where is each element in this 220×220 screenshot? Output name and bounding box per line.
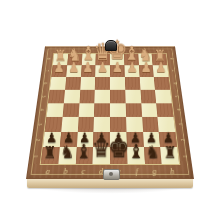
- white-bishop: ♝: [81, 44, 96, 63]
- square-h1: ♜: [160, 147, 179, 164]
- square-c4: [78, 103, 94, 117]
- square-a4: [47, 103, 64, 117]
- square-e5: [110, 90, 125, 103]
- file-label-g: g: [145, 166, 164, 178]
- rank-label-left-8: 8: [45, 58, 50, 60]
- rank-label-right-4: 4: [175, 109, 181, 111]
- square-g2: ♟: [143, 132, 161, 148]
- black-rook: ♜: [164, 145, 177, 161]
- square-f1: ♝: [127, 147, 145, 164]
- square-e1: ♚: [110, 147, 127, 164]
- black-pawn: ♟: [146, 131, 157, 145]
- brand-emblem-icon: [103, 169, 120, 180]
- rank-label-left-4: 4: [38, 109, 44, 111]
- square-d7: ♟: [95, 65, 110, 77]
- square-a2: ♟: [43, 132, 61, 148]
- square-e2: ♟: [110, 132, 127, 148]
- square-e3: [110, 117, 126, 132]
- file-label-a: a: [38, 166, 57, 178]
- square-c5: [79, 90, 95, 103]
- square-g7: ♟: [139, 65, 154, 77]
- square-a8: ♜: [53, 54, 68, 65]
- square-g8: ♞: [138, 54, 153, 65]
- square-c8: ♝: [81, 54, 96, 65]
- square-e4: [110, 103, 126, 117]
- square-f3: [126, 117, 143, 132]
- black-pawn: ♟: [46, 131, 57, 145]
- square-a7: ♟: [51, 65, 67, 77]
- square-h4: [156, 103, 173, 117]
- square-a1: ♜: [41, 147, 60, 164]
- square-d8: ♛: [96, 54, 110, 65]
- square-g6: [139, 77, 155, 90]
- square-h3: [158, 117, 176, 132]
- white-rook: ♜: [154, 48, 166, 63]
- chess-board: ♜♞♝♛♚♝♞♜♟♟♟♟♟♟♟♟♟♟♟♟♟♟♟♟♜♞♝♛♚♝♞♜ abcdefg…: [26, 46, 194, 179]
- square-e7: ♟: [110, 65, 125, 77]
- square-b8: ♞: [67, 54, 82, 65]
- black-pawn: ♟: [113, 131, 124, 145]
- playing-grid: ♜♞♝♛♚♝♞♜♟♟♟♟♟♟♟♟♟♟♟♟♟♟♟♟♜♞♝♛♚♝♞♜: [40, 53, 181, 165]
- square-d6: [95, 77, 110, 90]
- square-c1: ♝: [75, 147, 93, 164]
- rank-label-right-8: 8: [169, 58, 174, 60]
- rank-label-right-2: 2: [179, 139, 185, 142]
- square-a5: [48, 90, 65, 103]
- black-pawn: ♟: [163, 131, 174, 145]
- square-d3: [94, 117, 110, 132]
- square-g5: [140, 90, 156, 103]
- file-label-f: f: [128, 166, 146, 178]
- white-knight: ♞: [68, 46, 82, 63]
- metal-clasp-icon: [105, 40, 117, 51]
- rank-label-left-1: 1: [32, 155, 38, 158]
- square-f4: [125, 103, 141, 117]
- white-rook: ♜: [54, 48, 66, 63]
- square-c6: [80, 77, 95, 90]
- square-d4: [94, 103, 110, 117]
- rank-label-right-5: 5: [173, 95, 178, 97]
- square-b5: [64, 90, 80, 103]
- rank-label-right-7: 7: [170, 70, 175, 72]
- rank-label-left-2: 2: [34, 139, 40, 142]
- white-knight: ♞: [139, 46, 153, 63]
- black-bishop: ♝: [128, 142, 144, 162]
- square-f7: ♟: [124, 65, 139, 77]
- square-g1: ♞: [144, 147, 162, 164]
- square-c3: [77, 117, 94, 132]
- square-a6: [50, 77, 66, 90]
- file-label-h: h: [163, 166, 182, 178]
- white-bishop: ♝: [124, 44, 139, 63]
- square-c2: ♟: [76, 132, 93, 148]
- rank-label-right-6: 6: [172, 82, 177, 84]
- rank-label-left-7: 7: [44, 70, 49, 72]
- square-b2: ♟: [60, 132, 78, 148]
- black-bishop: ♝: [76, 142, 92, 162]
- square-d5: [95, 90, 110, 103]
- rank-label-left-5: 5: [40, 95, 45, 97]
- square-h5: [155, 90, 172, 103]
- square-g4: [141, 103, 158, 117]
- black-pawn: ♟: [63, 131, 74, 145]
- square-c7: ♟: [81, 65, 96, 77]
- square-f6: [125, 77, 140, 90]
- black-rook: ♜: [43, 145, 56, 161]
- square-a3: [45, 117, 63, 132]
- square-g3: [142, 117, 159, 132]
- square-f8: ♝: [124, 54, 139, 65]
- square-h2: ♟: [159, 132, 177, 148]
- product-photo-scene: ♜♞♝♛♚♝♞♜♟♟♟♟♟♟♟♟♟♟♟♟♟♟♟♟♜♞♝♛♚♝♞♜ abcdefg…: [0, 0, 220, 220]
- square-e8: ♚: [110, 54, 124, 65]
- square-b7: ♟: [66, 65, 81, 77]
- square-h6: [154, 77, 170, 90]
- file-label-c: c: [74, 166, 92, 178]
- square-f5: [125, 90, 141, 103]
- black-pawn: ♟: [96, 131, 107, 145]
- square-b3: [61, 117, 78, 132]
- perspective-wrapper: ♜♞♝♛♚♝♞♜♟♟♟♟♟♟♟♟♟♟♟♟♟♟♟♟♜♞♝♛♚♝♞♜ abcdefg…: [26, 0, 194, 179]
- square-b1: ♞: [58, 147, 76, 164]
- black-queen: ♛: [92, 137, 111, 161]
- black-pawn: ♟: [79, 131, 90, 145]
- file-label-b: b: [56, 166, 75, 178]
- square-d2: ♟: [93, 132, 110, 148]
- square-b6: [65, 77, 81, 90]
- square-d1: ♛: [93, 147, 110, 164]
- rank-label-left-3: 3: [36, 123, 42, 126]
- rank-label-right-3: 3: [177, 123, 183, 126]
- square-e6: [110, 77, 125, 90]
- square-b4: [62, 103, 79, 117]
- rank-label-left-6: 6: [42, 82, 47, 84]
- square-f2: ♟: [126, 132, 143, 148]
- rank-label-right-1: 1: [181, 155, 187, 158]
- square-h7: ♟: [153, 65, 169, 77]
- black-pawn: ♟: [130, 131, 141, 145]
- square-h8: ♜: [152, 54, 167, 65]
